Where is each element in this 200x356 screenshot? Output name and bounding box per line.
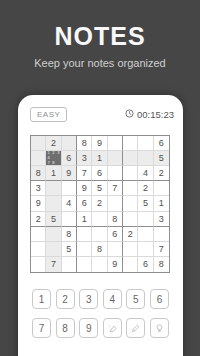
sudoku-cell-r6c8[interactable] — [138, 212, 153, 227]
sudoku-cell-r6c1[interactable]: 2 — [31, 212, 46, 227]
sudoku-cell-r8c7[interactable] — [123, 242, 138, 257]
sudoku-cell-r2c9[interactable]: 5 — [154, 151, 169, 166]
sudoku-board: 2896123478631581976423957294625125183862… — [30, 135, 170, 273]
digit-1-button[interactable]: 1 — [32, 289, 51, 309]
sudoku-cell-r2c3[interactable]: 6 — [62, 151, 77, 166]
sudoku-cell-r4c1[interactable]: 3 — [31, 181, 46, 196]
sudoku-cell-r4c9[interactable] — [154, 181, 169, 196]
sudoku-cell-r8c9[interactable]: 7 — [154, 242, 169, 257]
sudoku-cell-r6c6[interactable]: 8 — [108, 212, 123, 227]
sudoku-cell-r6c9[interactable]: 3 — [154, 212, 169, 227]
numpad-row-1: 123456 — [32, 289, 169, 309]
phone-mockup: EASY 00:15:23 28961234786315819764239572… — [18, 95, 183, 356]
sudoku-cell-r5c7[interactable] — [123, 196, 138, 211]
eraser-icon — [107, 323, 118, 334]
clock-icon — [125, 109, 134, 120]
pencil-icon — [130, 323, 141, 334]
sudoku-cell-r1c4[interactable]: 8 — [77, 136, 92, 151]
sudoku-cell-r4c2[interactable] — [46, 181, 61, 196]
sudoku-cell-r2c4[interactable]: 3 — [77, 151, 92, 166]
sudoku-cell-r5c5[interactable]: 2 — [92, 196, 107, 211]
sudoku-cell-r1c3[interactable] — [62, 136, 77, 151]
sudoku-cell-r1c7[interactable] — [123, 136, 138, 151]
sudoku-cell-r5c2[interactable] — [46, 196, 61, 211]
pencil-note-9 — [56, 161, 61, 166]
sudoku-cell-r3c1[interactable]: 8 — [31, 166, 46, 181]
sudoku-cell-r3c6[interactable] — [108, 166, 123, 181]
sudoku-cell-r5c1[interactable]: 9 — [31, 196, 46, 211]
timer-value: 00:15:23 — [137, 109, 174, 120]
lightbulb-icon — [154, 323, 165, 334]
digit-2-button[interactable]: 2 — [56, 289, 75, 309]
difficulty-badge: EASY — [30, 107, 67, 122]
sudoku-cell-r8c4[interactable] — [77, 242, 92, 257]
sudoku-cell-r8c1[interactable] — [31, 242, 46, 257]
sudoku-cell-r1c8[interactable] — [138, 136, 153, 151]
sudoku-cell-r5c3[interactable]: 4 — [62, 196, 77, 211]
sudoku-cell-r9c3[interactable] — [62, 257, 77, 272]
sudoku-cell-r9c7[interactable] — [123, 257, 138, 272]
hint-button[interactable] — [150, 318, 169, 338]
digit-3-button[interactable]: 3 — [79, 289, 98, 309]
digit-9-button[interactable]: 9 — [79, 318, 98, 338]
sudoku-cell-r7c4[interactable] — [77, 227, 92, 242]
sudoku-cell-r8c8[interactable] — [138, 242, 153, 257]
sudoku-cell-r9c1[interactable] — [31, 257, 46, 272]
sudoku-cell-r9c5[interactable] — [92, 257, 107, 272]
page-title: NOTES — [0, 22, 200, 51]
sudoku-cell-r3c9[interactable]: 2 — [154, 166, 169, 181]
sudoku-cell-r2c1[interactable] — [31, 151, 46, 166]
sudoku-cell-r3c5[interactable]: 6 — [92, 166, 107, 181]
sudoku-cell-r6c3[interactable] — [62, 212, 77, 227]
sudoku-cell-r9c4[interactable] — [77, 257, 92, 272]
sudoku-cell-r5c4[interactable]: 6 — [77, 196, 92, 211]
sudoku-cell-r4c3[interactable] — [62, 181, 77, 196]
game-timer: 00:15:23 — [125, 109, 174, 120]
sudoku-cell-r3c3[interactable]: 9 — [62, 166, 77, 181]
sudoku-cell-r7c7[interactable]: 2 — [123, 227, 138, 242]
sudoku-cell-r5c9[interactable]: 1 — [154, 196, 169, 211]
sudoku-cell-r7c3[interactable]: 8 — [62, 227, 77, 242]
sudoku-cell-r6c2[interactable]: 5 — [46, 212, 61, 227]
sudoku-cell-r2c2[interactable]: 123478 — [46, 151, 61, 166]
sudoku-cell-r2c6[interactable] — [108, 151, 123, 166]
sudoku-cell-r9c6[interactable]: 9 — [108, 257, 123, 272]
sudoku-cell-r9c2[interactable]: 7 — [46, 257, 61, 272]
numpad-row-2: 789 — [32, 318, 169, 338]
digit-7-button[interactable]: 7 — [32, 318, 51, 338]
sudoku-cell-r9c8[interactable]: 6 — [138, 257, 153, 272]
numpad: 123456789 — [32, 289, 169, 347]
sudoku-cell-r4c4[interactable]: 9 — [77, 181, 92, 196]
promo-header: NOTES Keep your notes organized — [0, 0, 200, 69]
sudoku-cell-r4c8[interactable]: 2 — [138, 181, 153, 196]
sudoku-cell-r4c7[interactable] — [123, 181, 138, 196]
pencil-button[interactable] — [126, 318, 145, 338]
sudoku-cell-r3c2[interactable]: 1 — [46, 166, 61, 181]
sudoku-cell-r7c8[interactable] — [138, 227, 153, 242]
sudoku-cell-r3c7[interactable] — [123, 166, 138, 181]
pencil-notes: 123478 — [46, 151, 60, 165]
sudoku-cell-r7c9[interactable] — [154, 227, 169, 242]
sudoku-cell-r3c8[interactable]: 4 — [138, 166, 153, 181]
digit-5-button[interactable]: 5 — [126, 289, 145, 309]
sudoku-cell-r4c6[interactable]: 7 — [108, 181, 123, 196]
sudoku-cell-r1c2[interactable]: 2 — [46, 136, 61, 151]
sudoku-cell-r7c1[interactable] — [31, 227, 46, 242]
sudoku-cell-r8c5[interactable]: 8 — [92, 242, 107, 257]
sudoku-cell-r6c7[interactable] — [123, 212, 138, 227]
sudoku-cell-r1c1[interactable] — [31, 136, 46, 151]
game-hud: EASY 00:15:23 — [30, 107, 174, 122]
sudoku-cell-r4c5[interactable]: 5 — [92, 181, 107, 196]
sudoku-cell-r1c6[interactable] — [108, 136, 123, 151]
sudoku-cell-r7c6[interactable]: 6 — [108, 227, 123, 242]
digit-6-button[interactable]: 6 — [150, 289, 169, 309]
sudoku-cell-r7c2[interactable] — [46, 227, 61, 242]
sudoku-cell-r8c3[interactable]: 5 — [62, 242, 77, 257]
sudoku-cell-r9c9[interactable]: 8 — [154, 257, 169, 272]
sudoku-cell-r2c7[interactable] — [123, 151, 138, 166]
sudoku-cell-r2c8[interactable] — [138, 151, 153, 166]
digit-4-button[interactable]: 4 — [103, 289, 122, 309]
page-subtitle: Keep your notes organized — [0, 57, 200, 69]
sudoku-cell-r5c6[interactable] — [108, 196, 123, 211]
sudoku-cell-r1c9[interactable]: 6 — [154, 136, 169, 151]
sudoku-cell-r7c5[interactable] — [92, 227, 107, 242]
sudoku-cell-r8c6[interactable] — [108, 242, 123, 257]
sudoku-cell-r6c4[interactable]: 1 — [77, 212, 92, 227]
digit-8-button[interactable]: 8 — [56, 318, 75, 338]
sudoku-cell-r2c5[interactable]: 1 — [92, 151, 107, 166]
eraser-button[interactable] — [103, 318, 122, 338]
sudoku-cell-r3c4[interactable]: 7 — [77, 166, 92, 181]
sudoku-cell-r1c5[interactable]: 9 — [92, 136, 107, 151]
sudoku-cell-r6c5[interactable] — [92, 212, 107, 227]
sudoku-cell-r5c8[interactable]: 5 — [138, 196, 153, 211]
sudoku-cell-r8c2[interactable] — [46, 242, 61, 257]
